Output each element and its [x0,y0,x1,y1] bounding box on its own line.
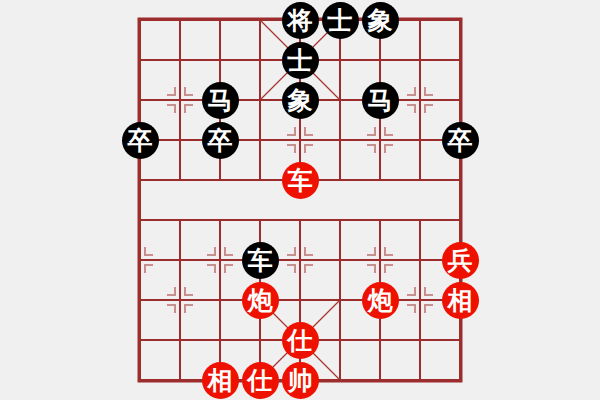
xiangqi-app: 将士象士马象马卒卒卒车车兵炮炮相仕相仕帅 [0,0,600,400]
piece-black-general[interactable]: 将 [282,2,319,39]
piece-black-advisor[interactable]: 士 [282,42,319,79]
piece-black-horse[interactable]: 马 [202,82,239,119]
piece-black-soldier[interactable]: 卒 [202,122,239,159]
piece-black-elephant[interactable]: 象 [362,2,399,39]
piece-black-horse[interactable]: 马 [362,82,399,119]
piece-black-advisor[interactable]: 士 [322,2,359,39]
piece-red-cannon[interactable]: 炮 [242,282,279,319]
piece-red-general[interactable]: 帅 [282,362,319,399]
piece-black-chariot[interactable]: 车 [242,242,279,279]
piece-black-soldier[interactable]: 卒 [122,122,159,159]
piece-black-soldier[interactable]: 卒 [442,122,479,159]
piece-red-chariot[interactable]: 车 [282,162,319,199]
piece-red-soldier[interactable]: 兵 [442,242,479,279]
piece-red-elephant[interactable]: 相 [202,362,239,399]
piece-red-cannon[interactable]: 炮 [362,282,399,319]
piece-red-elephant[interactable]: 相 [442,282,479,319]
piece-red-advisor[interactable]: 仕 [242,362,279,399]
piece-black-elephant[interactable]: 象 [282,82,319,119]
piece-red-advisor[interactable]: 仕 [282,322,319,359]
